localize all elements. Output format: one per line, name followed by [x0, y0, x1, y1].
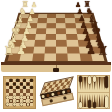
backgammon-point — [81, 77, 83, 90]
backgammon-point — [98, 94, 100, 107]
backgammon-checker-stack — [79, 76, 82, 82]
folded-case — [37, 75, 76, 109]
checkers-board — [3, 76, 36, 109]
chess-piece-white: ♜ — [3, 45, 14, 58]
checkers-grid — [6, 79, 33, 106]
backgammon-checker-stack — [93, 76, 96, 82]
backgammon-checker-stack — [88, 100, 91, 108]
backgammon-checker-stack — [93, 102, 96, 108]
backgammon-checker-stack — [79, 102, 82, 108]
backgammon-point — [96, 94, 98, 107]
case-hinge-icon — [63, 96, 67, 100]
case-hinge-icon — [49, 99, 53, 103]
backgammon-point — [81, 94, 83, 107]
backgammon-point — [84, 77, 86, 90]
backgammon-point — [101, 77, 103, 90]
backgammon-checker-stack — [88, 76, 91, 84]
backgammon-checker-stack — [105, 76, 108, 88]
backgammon-point — [101, 94, 103, 107]
backgammon-checker-stack — [105, 96, 108, 108]
chess-piece-white: ♟ — [16, 46, 26, 57]
checkers-square — [30, 103, 33, 106]
board-front-edge — [1, 62, 111, 72]
clasp-icon — [53, 68, 59, 72]
backgammon-fold-seam — [78, 92, 109, 93]
backgammon-point — [84, 94, 86, 107]
chess-piece-black: ♟ — [86, 46, 96, 57]
product-photo-chess-set: ♜♞♝♛♚♝♞♜♟♟♟♟♟♟♟♟♟♟♟♟♟♟♟♟♜♞♝♛♚♝♞♜ — [0, 0, 112, 112]
backgammon-point — [96, 77, 98, 90]
chess-piece-black: ♜ — [97, 45, 108, 58]
backgammon-point — [98, 77, 100, 90]
